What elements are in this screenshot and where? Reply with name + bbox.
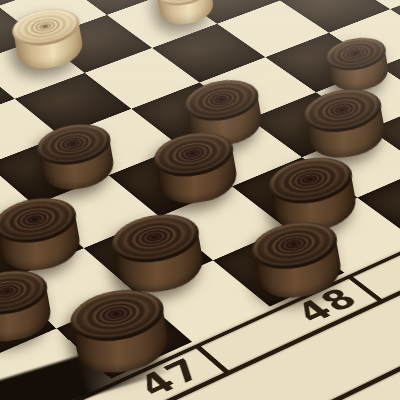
dark-checker-sq42[interactable]: [67, 283, 174, 379]
dark-checker-sq37[interactable]: [0, 265, 55, 347]
photo-stage: draughts / checkers — wooden set on a 10…: [0, 0, 400, 400]
dark-checker-sq32[interactable]: [0, 192, 85, 276]
dark-checker-sq28[interactable]: [34, 119, 118, 195]
light-checker-sq8[interactable]: [9, 4, 86, 73]
dark-checker-sq43[interactable]: [248, 216, 346, 304]
pieces-layer: [0, 0, 400, 400]
light-checker-sq10[interactable]: [153, 0, 216, 28]
dark-checker-sq33[interactable]: [151, 127, 242, 209]
